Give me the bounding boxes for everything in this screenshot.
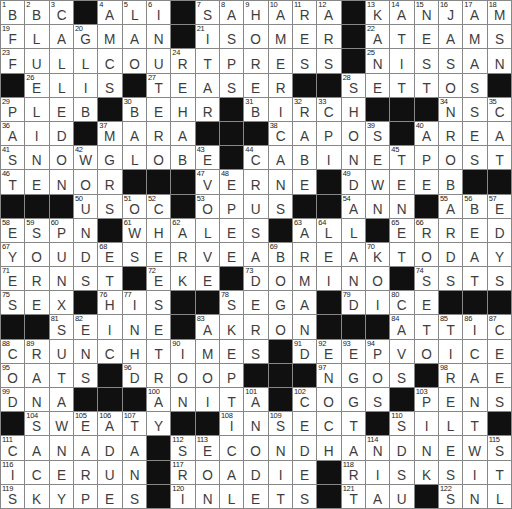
grid-cell[interactable]: R: [147, 364, 170, 387]
grid-cell[interactable]: A: [25, 364, 48, 387]
grid-cell[interactable]: N: [25, 146, 48, 169]
grid-cell[interactable]: W: [50, 412, 73, 435]
grid-cell[interactable]: L: [25, 98, 48, 121]
grid-cell[interactable]: T: [488, 146, 511, 169]
grid-cell[interactable]: L: [50, 74, 73, 97]
grid-cell[interactable]: 108I: [220, 412, 243, 435]
grid-cell[interactable]: E: [147, 243, 170, 266]
grid-cell[interactable]: E: [50, 98, 73, 121]
grid-cell[interactable]: 51O: [123, 195, 146, 218]
grid-cell[interactable]: O: [366, 267, 389, 290]
grid-cell[interactable]: O: [342, 122, 365, 145]
grid-cell[interactable]: 81S: [50, 315, 73, 338]
grid-cell[interactable]: T: [415, 315, 438, 338]
grid-cell[interactable]: E: [415, 291, 438, 314]
grid-cell[interactable]: 56B: [463, 195, 486, 218]
grid-cell[interactable]: S: [74, 267, 97, 290]
grid-cell[interactable]: 17A: [463, 1, 486, 24]
grid-cell[interactable]: 89R: [25, 340, 48, 363]
grid-cell[interactable]: 76H: [98, 291, 121, 314]
grid-cell[interactable]: E: [439, 388, 462, 411]
grid-cell[interactable]: U: [50, 243, 73, 266]
grid-cell[interactable]: 14A: [390, 1, 413, 24]
grid-cell[interactable]: 8A: [220, 1, 243, 24]
grid-cell[interactable]: 43E: [196, 146, 219, 169]
grid-cell[interactable]: S: [74, 364, 97, 387]
grid-cell[interactable]: O: [244, 436, 267, 459]
grid-cell[interactable]: L: [488, 485, 511, 508]
grid-cell[interactable]: U: [25, 49, 48, 72]
grid-cell[interactable]: 44C: [244, 146, 267, 169]
grid-cell[interactable]: 111C: [1, 436, 24, 459]
grid-cell[interactable]: C: [317, 412, 340, 435]
grid-cell[interactable]: 9H: [244, 1, 267, 24]
grid-cell[interactable]: D: [50, 122, 73, 145]
grid-cell[interactable]: N: [74, 219, 97, 242]
grid-cell[interactable]: T: [390, 74, 413, 97]
grid-cell[interactable]: R: [269, 74, 292, 97]
grid-cell[interactable]: P: [220, 195, 243, 218]
grid-cell[interactable]: 87C: [488, 315, 511, 338]
grid-cell[interactable]: L: [50, 49, 73, 72]
grid-cell[interactable]: G: [342, 364, 365, 387]
grid-cell[interactable]: A: [342, 243, 365, 266]
grid-cell[interactable]: H: [123, 340, 146, 363]
grid-cell[interactable]: 26E: [25, 74, 48, 97]
grid-cell[interactable]: A: [196, 74, 219, 97]
grid-cell[interactable]: S: [366, 388, 389, 411]
grid-cell[interactable]: S: [390, 364, 413, 387]
grid-cell[interactable]: O: [50, 146, 73, 169]
grid-cell[interactable]: E: [390, 170, 413, 193]
grid-cell[interactable]: 102C: [293, 388, 316, 411]
grid-cell[interactable]: E: [25, 170, 48, 193]
grid-cell[interactable]: A: [463, 49, 486, 72]
grid-cell[interactable]: E: [244, 291, 267, 314]
grid-cell[interactable]: P: [220, 364, 243, 387]
grid-cell[interactable]: L: [220, 485, 243, 508]
grid-cell[interactable]: W: [463, 436, 486, 459]
grid-cell[interactable]: H: [171, 98, 194, 121]
grid-cell[interactable]: 41S: [1, 146, 24, 169]
grid-cell[interactable]: 10A: [269, 1, 292, 24]
grid-cell[interactable]: T: [147, 340, 170, 363]
grid-cell[interactable]: E: [220, 219, 243, 242]
grid-cell[interactable]: T: [390, 243, 413, 266]
grid-cell[interactable]: A: [463, 243, 486, 266]
grid-cell[interactable]: S: [439, 461, 462, 484]
grid-cell[interactable]: 85T: [439, 315, 462, 338]
grid-cell[interactable]: N: [244, 412, 267, 435]
grid-cell[interactable]: K: [415, 461, 438, 484]
grid-cell[interactable]: N: [50, 436, 73, 459]
grid-cell[interactable]: 45T: [390, 146, 413, 169]
grid-cell[interactable]: T: [196, 49, 219, 72]
grid-cell[interactable]: 67Y: [1, 243, 24, 266]
grid-cell[interactable]: 24R: [171, 49, 194, 72]
grid-cell[interactable]: N: [50, 170, 73, 193]
grid-cell[interactable]: T: [463, 412, 486, 435]
grid-cell[interactable]: 117R: [171, 461, 194, 484]
grid-cell[interactable]: 65E: [390, 219, 413, 242]
grid-cell[interactable]: N: [293, 315, 316, 338]
grid-cell[interactable]: R: [171, 243, 194, 266]
grid-cell[interactable]: S: [317, 49, 340, 72]
grid-cell[interactable]: T: [390, 25, 413, 48]
grid-cell[interactable]: R: [293, 243, 316, 266]
grid-cell[interactable]: X: [50, 291, 73, 314]
grid-cell[interactable]: 32R: [293, 98, 316, 121]
grid-cell[interactable]: 70K: [366, 243, 389, 266]
grid-cell[interactable]: N: [342, 267, 365, 290]
grid-cell[interactable]: N: [50, 267, 73, 290]
grid-cell[interactable]: 46T: [1, 170, 24, 193]
grid-cell[interactable]: U: [390, 485, 413, 508]
grid-cell[interactable]: C: [463, 340, 486, 363]
grid-cell[interactable]: 109S: [269, 412, 292, 435]
grid-cell[interactable]: 31B: [244, 98, 267, 121]
grid-cell[interactable]: I: [74, 74, 97, 97]
grid-cell[interactable]: M: [98, 25, 121, 48]
grid-cell[interactable]: 6I: [147, 1, 170, 24]
grid-cell[interactable]: E: [220, 340, 243, 363]
grid-cell[interactable]: P: [74, 485, 97, 508]
grid-cell[interactable]: I: [463, 461, 486, 484]
grid-cell[interactable]: D: [74, 243, 97, 266]
grid-cell[interactable]: N: [342, 146, 365, 169]
grid-cell[interactable]: N: [269, 170, 292, 193]
grid-cell[interactable]: 20G: [74, 25, 97, 48]
grid-cell[interactable]: 18M: [488, 1, 511, 24]
grid-cell[interactable]: 25N: [366, 49, 389, 72]
grid-cell[interactable]: E: [463, 219, 486, 242]
grid-cell[interactable]: H: [342, 98, 365, 121]
grid-cell[interactable]: 94P: [366, 340, 389, 363]
grid-cell[interactable]: Y: [147, 412, 170, 435]
grid-cell[interactable]: E: [439, 436, 462, 459]
grid-cell[interactable]: 38C: [269, 122, 292, 145]
grid-cell[interactable]: 22A: [366, 25, 389, 48]
grid-cell[interactable]: 114N: [366, 436, 389, 459]
grid-cell[interactable]: O: [147, 146, 170, 169]
grid-cell[interactable]: 120I: [171, 485, 194, 508]
grid-cell[interactable]: T: [415, 74, 438, 97]
grid-cell[interactable]: S: [293, 49, 316, 72]
grid-cell[interactable]: E: [317, 243, 340, 266]
grid-cell[interactable]: M: [196, 340, 219, 363]
grid-cell[interactable]: A: [123, 436, 146, 459]
grid-cell[interactable]: 92E: [317, 340, 340, 363]
grid-cell[interactable]: V: [390, 340, 413, 363]
grid-cell[interactable]: N: [463, 485, 486, 508]
grid-cell[interactable]: 3C: [50, 1, 73, 24]
grid-cell[interactable]: E: [488, 340, 511, 363]
grid-cell[interactable]: 73D: [244, 267, 267, 290]
grid-cell[interactable]: 12A: [317, 1, 340, 24]
grid-cell[interactable]: 36A: [1, 122, 24, 145]
grid-cell[interactable]: T: [98, 267, 121, 290]
grid-cell[interactable]: M: [293, 267, 316, 290]
grid-cell[interactable]: 29P: [1, 98, 24, 121]
grid-cell[interactable]: 48E: [220, 170, 243, 193]
grid-cell[interactable]: I: [196, 388, 219, 411]
grid-cell[interactable]: S: [439, 267, 462, 290]
grid-cell[interactable]: 104S: [25, 412, 48, 435]
grid-cell[interactable]: R: [244, 170, 267, 193]
grid-cell[interactable]: P: [220, 49, 243, 72]
grid-cell[interactable]: O: [123, 49, 146, 72]
grid-cell[interactable]: 83A: [196, 315, 219, 338]
grid-cell[interactable]: I: [269, 98, 292, 121]
grid-cell[interactable]: D: [98, 436, 121, 459]
grid-cell[interactable]: 37M: [98, 122, 121, 145]
grid-cell[interactable]: A: [171, 122, 194, 145]
grid-cell[interactable]: M: [463, 25, 486, 48]
grid-cell[interactable]: 47V: [196, 170, 219, 193]
grid-cell[interactable]: 60P: [50, 219, 73, 242]
grid-cell[interactable]: N: [390, 195, 413, 218]
grid-cell[interactable]: 50U: [74, 195, 97, 218]
grid-cell[interactable]: O: [269, 267, 292, 290]
grid-cell[interactable]: T: [488, 461, 511, 484]
grid-cell[interactable]: 35C: [488, 98, 511, 121]
grid-cell[interactable]: O: [366, 364, 389, 387]
grid-cell[interactable]: A: [293, 291, 316, 314]
grid-cell[interactable]: 27T: [147, 74, 170, 97]
grid-cell[interactable]: M: [269, 25, 292, 48]
grid-cell[interactable]: D: [293, 436, 316, 459]
grid-cell[interactable]: 96D: [123, 364, 146, 387]
grid-cell[interactable]: S: [488, 267, 511, 290]
grid-cell[interactable]: N: [366, 195, 389, 218]
grid-cell[interactable]: 40A: [415, 122, 438, 145]
grid-cell[interactable]: R: [244, 315, 267, 338]
grid-cell[interactable]: S: [463, 98, 486, 121]
grid-cell[interactable]: R: [196, 98, 219, 121]
grid-cell[interactable]: 78S: [220, 291, 243, 314]
grid-cell[interactable]: 86I: [463, 315, 486, 338]
grid-cell[interactable]: 115S: [488, 436, 511, 459]
grid-cell[interactable]: E: [415, 170, 438, 193]
grid-cell[interactable]: N: [74, 340, 97, 363]
grid-cell[interactable]: N: [488, 49, 511, 72]
grid-cell[interactable]: 84A: [390, 315, 413, 338]
grid-cell[interactable]: I: [317, 267, 340, 290]
grid-cell[interactable]: R: [317, 25, 340, 48]
grid-cell[interactable]: O: [244, 25, 267, 48]
grid-cell[interactable]: 2B: [25, 1, 48, 24]
grid-cell[interactable]: I: [366, 461, 389, 484]
grid-cell[interactable]: 122S: [439, 485, 462, 508]
grid-cell[interactable]: W: [366, 170, 389, 193]
grid-cell[interactable]: A: [244, 243, 267, 266]
grid-cell[interactable]: 69B: [269, 243, 292, 266]
grid-cell[interactable]: R: [98, 170, 121, 193]
grid-cell[interactable]: O: [25, 243, 48, 266]
grid-cell[interactable]: T: [50, 364, 73, 387]
grid-cell[interactable]: E: [293, 461, 316, 484]
grid-cell[interactable]: I: [415, 412, 438, 435]
grid-cell[interactable]: S: [220, 74, 243, 97]
grid-cell[interactable]: A: [50, 25, 73, 48]
grid-cell[interactable]: K: [25, 485, 48, 508]
grid-cell[interactable]: L: [342, 219, 365, 242]
grid-cell[interactable]: K: [220, 315, 243, 338]
grid-cell[interactable]: R: [25, 267, 48, 290]
grid-cell[interactable]: A: [269, 146, 292, 169]
grid-cell[interactable]: A: [220, 461, 243, 484]
grid-cell[interactable]: 79D: [342, 291, 365, 314]
grid-cell[interactable]: A: [439, 25, 462, 48]
grid-cell[interactable]: 58E: [1, 219, 24, 242]
grid-cell[interactable]: E: [50, 461, 73, 484]
grid-cell[interactable]: 118R: [342, 461, 365, 484]
grid-cell[interactable]: 49D: [342, 170, 365, 193]
grid-cell[interactable]: A: [74, 436, 97, 459]
grid-cell[interactable]: V: [196, 243, 219, 266]
grid-cell[interactable]: N: [123, 315, 146, 338]
grid-cell[interactable]: L: [196, 219, 219, 242]
grid-cell[interactable]: P: [415, 146, 438, 169]
grid-cell[interactable]: O: [439, 146, 462, 169]
grid-cell[interactable]: T: [220, 388, 243, 411]
grid-cell[interactable]: E: [196, 267, 219, 290]
grid-cell[interactable]: N: [147, 25, 170, 48]
grid-cell[interactable]: R: [74, 461, 97, 484]
grid-cell[interactable]: O: [317, 388, 340, 411]
grid-cell[interactable]: 71E: [1, 267, 24, 290]
grid-cell[interactable]: D: [488, 219, 511, 242]
grid-cell[interactable]: E: [171, 74, 194, 97]
grid-cell[interactable]: C: [220, 436, 243, 459]
grid-cell[interactable]: O: [171, 364, 194, 387]
grid-cell[interactable]: 57E: [488, 195, 511, 218]
grid-cell[interactable]: I: [98, 315, 121, 338]
grid-cell[interactable]: O: [196, 461, 219, 484]
grid-cell[interactable]: L: [25, 25, 48, 48]
grid-cell[interactable]: E: [147, 315, 170, 338]
grid-cell[interactable]: E: [293, 25, 316, 48]
grid-cell[interactable]: S: [220, 25, 243, 48]
grid-cell[interactable]: E: [269, 49, 292, 72]
grid-cell[interactable]: D: [244, 461, 267, 484]
grid-cell[interactable]: 93E: [342, 340, 365, 363]
grid-cell[interactable]: E: [244, 485, 267, 508]
grid-cell[interactable]: G: [342, 388, 365, 411]
grid-cell[interactable]: 28S: [342, 74, 365, 97]
grid-cell[interactable]: E: [415, 25, 438, 48]
grid-cell[interactable]: I: [25, 122, 48, 145]
grid-cell[interactable]: Y: [50, 485, 73, 508]
grid-cell[interactable]: E: [463, 122, 486, 145]
grid-cell[interactable]: 75S: [1, 291, 24, 314]
grid-cell[interactable]: 59S: [25, 219, 48, 242]
grid-cell[interactable]: E: [293, 412, 316, 435]
grid-cell[interactable]: I: [366, 291, 389, 314]
grid-cell[interactable]: 19F: [1, 25, 24, 48]
grid-cell[interactable]: O: [196, 364, 219, 387]
grid-cell[interactable]: 68E: [98, 243, 121, 266]
grid-cell[interactable]: C: [98, 340, 121, 363]
grid-cell[interactable]: S: [123, 485, 146, 508]
grid-cell[interactable]: N: [463, 388, 486, 411]
grid-cell[interactable]: S: [390, 461, 413, 484]
grid-cell[interactable]: A: [463, 364, 486, 387]
grid-cell[interactable]: A: [50, 388, 73, 411]
grid-cell[interactable]: R: [439, 122, 462, 145]
grid-cell[interactable]: S: [488, 388, 511, 411]
grid-cell[interactable]: I: [317, 146, 340, 169]
grid-cell[interactable]: B: [293, 146, 316, 169]
grid-cell[interactable]: S: [293, 485, 316, 508]
grid-cell[interactable]: 107T: [123, 412, 146, 435]
grid-cell[interactable]: C: [98, 49, 121, 72]
grid-cell[interactable]: 61W: [123, 219, 146, 242]
grid-cell[interactable]: I: [390, 49, 413, 72]
grid-cell[interactable]: 116I: [1, 461, 24, 484]
grid-cell[interactable]: B: [74, 98, 97, 121]
grid-cell[interactable]: 11R: [293, 1, 316, 24]
grid-cell[interactable]: N: [25, 388, 48, 411]
grid-cell[interactable]: U: [244, 195, 267, 218]
grid-cell[interactable]: R: [439, 219, 462, 242]
grid-cell[interactable]: A: [123, 25, 146, 48]
grid-cell[interactable]: N: [196, 485, 219, 508]
grid-cell[interactable]: E: [366, 146, 389, 169]
grid-cell[interactable]: B: [171, 146, 194, 169]
grid-cell[interactable]: 88C: [1, 340, 24, 363]
grid-cell[interactable]: 101A: [244, 388, 267, 411]
grid-cell[interactable]: S: [488, 25, 511, 48]
grid-cell[interactable]: S: [98, 195, 121, 218]
grid-cell[interactable]: O: [439, 74, 462, 97]
grid-cell[interactable]: 98R: [439, 364, 462, 387]
grid-cell[interactable]: E: [488, 364, 511, 387]
grid-cell[interactable]: 39S: [366, 122, 389, 145]
grid-cell[interactable]: 64L: [317, 219, 340, 242]
grid-cell[interactable]: K: [171, 267, 194, 290]
grid-cell[interactable]: 4A: [98, 1, 121, 24]
grid-cell[interactable]: U: [147, 49, 170, 72]
grid-cell[interactable]: 95O: [1, 364, 24, 387]
grid-cell[interactable]: A: [366, 485, 389, 508]
grid-cell[interactable]: H: [317, 436, 340, 459]
grid-cell[interactable]: P: [317, 122, 340, 145]
grid-cell[interactable]: 103P: [415, 388, 438, 411]
grid-cell[interactable]: 53O: [196, 195, 219, 218]
grid-cell[interactable]: A: [293, 122, 316, 145]
grid-cell[interactable]: O: [269, 315, 292, 338]
grid-cell[interactable]: 33C: [317, 98, 340, 121]
grid-cell[interactable]: S: [98, 74, 121, 97]
grid-cell[interactable]: E: [147, 98, 170, 121]
grid-cell[interactable]: S: [439, 49, 462, 72]
grid-cell[interactable]: L: [123, 146, 146, 169]
grid-cell[interactable]: E: [220, 243, 243, 266]
grid-cell[interactable]: S: [123, 243, 146, 266]
grid-cell[interactable]: T: [342, 412, 365, 435]
grid-cell[interactable]: E: [25, 291, 48, 314]
grid-cell[interactable]: T: [269, 485, 292, 508]
grid-cell[interactable]: 106A: [98, 412, 121, 435]
grid-cell[interactable]: N: [171, 388, 194, 411]
grid-cell[interactable]: E: [366, 74, 389, 97]
grid-cell[interactable]: S: [244, 340, 267, 363]
grid-cell[interactable]: U: [50, 340, 73, 363]
grid-cell[interactable]: A: [123, 122, 146, 145]
grid-cell[interactable]: 99D: [1, 388, 24, 411]
grid-cell[interactable]: S: [463, 74, 486, 97]
